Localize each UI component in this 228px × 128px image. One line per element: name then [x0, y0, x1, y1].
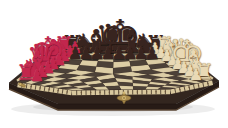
piece-white-pawn[interactable]: ♟	[188, 67, 204, 83]
pieces-layer: ♜♞♝♛♚♝♞♜♟♟♟♟♟♟♟♟♜♞♝♛♚♝♞♜♟♟♟♟♟♟♟♟♜♞♝♛♚♝♞♜…	[0, 0, 228, 128]
piece-dark-pawn[interactable]: ♟	[144, 45, 161, 62]
product-photo-three-player-chess-set: ♜♞♝♛♚♝♞♜♟♟♟♟♟♟♟♟♜♞♝♛♚♝♞♜♟♟♟♟♟♟♟♟♜♞♝♛♚♝♞♜…	[0, 0, 228, 128]
piece-red-pawn[interactable]: ♟	[29, 68, 45, 84]
